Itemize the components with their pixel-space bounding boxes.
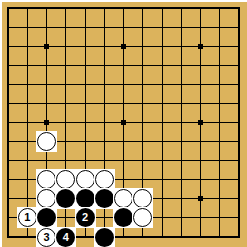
go-diagram: 1234	[0, 0, 247, 247]
white-stone-disc	[133, 189, 152, 208]
stone-black	[55, 188, 76, 209]
black-stone-disc	[37, 208, 56, 227]
white-stone-disc	[37, 170, 56, 189]
stone-black	[113, 207, 134, 228]
white-stone-disc	[114, 189, 133, 208]
move-number-label: 4	[55, 227, 76, 247]
stone-white	[36, 169, 57, 190]
black-stone-disc	[114, 208, 133, 227]
stone-white	[132, 207, 153, 228]
stone-white	[94, 169, 115, 190]
stone-black	[36, 207, 57, 228]
white-stone-disc	[37, 132, 56, 151]
stone-white: 1	[17, 207, 38, 228]
white-stone-disc	[76, 170, 95, 189]
move-number-label: 2	[75, 207, 96, 228]
stone-white	[75, 169, 96, 190]
stone-black: 2	[75, 207, 96, 228]
stone-black	[75, 188, 96, 209]
move-number-label: 1	[17, 207, 38, 228]
stone-black	[94, 227, 115, 247]
black-stone-disc	[95, 189, 114, 208]
stone-white	[36, 131, 57, 152]
white-stone-disc	[37, 189, 56, 208]
stone-black: 4	[55, 227, 76, 247]
stone-white	[113, 188, 134, 209]
stone-white	[55, 169, 76, 190]
white-stone-disc	[133, 208, 152, 227]
stone-white: 3	[36, 227, 57, 247]
white-stone-disc	[95, 170, 114, 189]
stone-black	[94, 188, 115, 209]
white-stone-disc	[56, 170, 75, 189]
black-stone-disc	[56, 189, 75, 208]
stone-white	[36, 188, 57, 209]
move-number-label: 3	[36, 227, 57, 247]
stones-layer: 1234	[0, 0, 247, 247]
black-stone-disc	[76, 189, 95, 208]
stone-white	[132, 188, 153, 209]
black-stone-disc	[95, 228, 114, 247]
